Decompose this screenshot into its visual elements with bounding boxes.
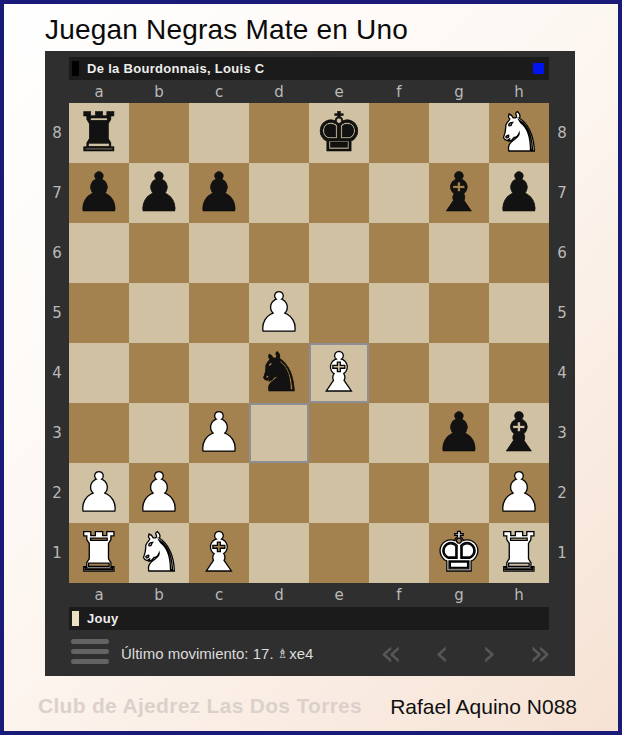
file-label-g: g [429,583,489,607]
rank-label-1: 1 [549,523,575,583]
square-c1[interactable]: ♝ [189,523,249,583]
square-g7[interactable]: ♝ [429,163,489,223]
square-g6[interactable] [429,223,489,283]
piece-black-knight-d4[interactable]: ♞ [255,346,303,400]
square-d4[interactable]: ♞ [249,343,309,403]
square-h6[interactable] [489,223,549,283]
rank-label-5: 5 [45,283,69,343]
square-a5[interactable] [69,283,129,343]
piece-black-pawn-a7[interactable]: ♟ [75,166,123,220]
piece-white-pawn-a2[interactable]: ♟ [75,466,123,520]
piece-black-pawn-g3[interactable]: ♟ [435,406,483,460]
author-credit: Rafael Aquino N088 [390,695,577,719]
square-e1[interactable] [309,523,369,583]
bishop-icon: ♗ [277,646,289,661]
piece-white-pawn-c3[interactable]: ♟ [195,406,243,460]
file-label-f: f [369,80,429,103]
piece-white-rook-a1[interactable]: ♜ [75,526,123,580]
square-g5[interactable] [429,283,489,343]
file-label-c: c [189,583,249,607]
piece-white-pawn-d5[interactable]: ♟ [255,286,303,340]
file-label-e: e [309,80,369,103]
square-h1[interactable]: ♜ [489,523,549,583]
square-a4[interactable] [69,343,129,403]
piece-white-pawn-b2[interactable]: ♟ [135,466,183,520]
piece-black-pawn-b7[interactable]: ♟ [135,166,183,220]
piece-white-knight-h8[interactable]: ♞ [495,106,543,160]
white-color-swatch [72,611,79,626]
square-g8[interactable] [429,103,489,163]
piece-white-rook-h1[interactable]: ♜ [495,526,543,580]
file-label-g: g [429,80,489,103]
move-navigation: «‹›» [378,630,553,676]
square-b2[interactable]: ♟ [129,463,189,523]
square-b7[interactable]: ♟ [129,163,189,223]
file-label-d: d [249,583,309,607]
rank-label-1: 1 [45,523,69,583]
rank-label-8: 8 [549,103,575,163]
square-f3[interactable] [369,403,429,463]
square-c6[interactable] [189,223,249,283]
piece-black-bishop-h3[interactable]: ♝ [495,406,543,460]
file-labels-top: abcdefgh [69,80,549,103]
club-watermark: Club de Ajedrez Las Dos Torres [38,694,362,718]
rank-label-6: 6 [45,223,69,283]
square-b6[interactable] [129,223,189,283]
square-a8[interactable]: ♜ [69,103,129,163]
nav-first-button[interactable]: « [378,635,404,671]
page-title: Juegan Negras Mate en Uno [45,14,408,46]
piece-black-pawn-h7[interactable]: ♟ [495,166,543,220]
square-e2[interactable] [309,463,369,523]
square-d7[interactable] [249,163,309,223]
black-player-bar: De la Bourdonnais, Louis C [69,57,549,80]
menu-icon[interactable] [71,639,109,669]
square-a1[interactable]: ♜ [69,523,129,583]
square-d6[interactable] [249,223,309,283]
file-label-h: h [489,80,549,103]
square-f6[interactable] [369,223,429,283]
square-b1[interactable]: ♞ [129,523,189,583]
turn-indicator [533,63,544,74]
square-f2[interactable] [369,463,429,523]
rank-label-3: 3 [549,403,575,463]
piece-white-knight-b1[interactable]: ♞ [135,526,183,580]
square-g1[interactable]: ♚ [429,523,489,583]
piece-black-rook-a8[interactable]: ♜ [75,106,123,160]
last-move-prefix: Último movimiento: 17. [121,645,274,662]
square-h5[interactable] [489,283,549,343]
square-a3[interactable] [69,403,129,463]
square-a2[interactable]: ♟ [69,463,129,523]
controls-bar: Último movimiento: 17. ♗ xe4 «‹›» [45,630,575,676]
file-labels-bottom: abcdefgh [69,583,549,607]
puzzle-page: Juegan Negras Mate en Uno De la Bourdonn… [0,0,622,735]
square-a6[interactable] [69,223,129,283]
black-player-name: De la Bourdonnais, Louis C [87,61,265,76]
piece-black-king-e8[interactable]: ♚ [315,106,363,160]
square-b4[interactable] [129,343,189,403]
rank-labels-right: 87654321 [549,103,575,583]
rank-label-8: 8 [45,103,69,163]
file-label-a: a [69,583,129,607]
square-e5[interactable] [309,283,369,343]
square-c5[interactable] [189,283,249,343]
square-d1[interactable] [249,523,309,583]
rank-label-6: 6 [549,223,575,283]
square-g3[interactable]: ♟ [429,403,489,463]
square-e8[interactable]: ♚ [309,103,369,163]
black-color-swatch [72,61,79,76]
piece-black-pawn-c7[interactable]: ♟ [195,166,243,220]
square-b5[interactable] [129,283,189,343]
square-f5[interactable] [369,283,429,343]
square-c4[interactable] [189,343,249,403]
rank-label-7: 7 [45,163,69,223]
file-label-e: e [309,583,369,607]
square-d5[interactable]: ♟ [249,283,309,343]
square-g4[interactable] [429,343,489,403]
piece-white-bishop-c1[interactable]: ♝ [195,526,243,580]
nav-next-button[interactable]: › [480,635,498,671]
square-e3[interactable] [309,403,369,463]
square-a7[interactable]: ♟ [69,163,129,223]
square-d2[interactable] [249,463,309,523]
white-player-bar: Jouy [69,607,549,630]
file-label-d: d [249,80,309,103]
piece-white-pawn-h2[interactable]: ♟ [495,466,543,520]
square-h7[interactable]: ♟ [489,163,549,223]
white-player-name: Jouy [87,611,119,626]
rank-label-4: 4 [549,343,575,403]
file-label-a: a [69,80,129,103]
square-e7[interactable] [309,163,369,223]
square-f8[interactable] [369,103,429,163]
rank-label-3: 3 [45,403,69,463]
piece-white-king-g1[interactable]: ♚ [435,526,483,580]
piece-black-bishop-g7[interactable]: ♝ [435,166,483,220]
last-move-text: Último movimiento: 17. ♗ xe4 [121,630,313,676]
square-f7[interactable] [369,163,429,223]
square-g2[interactable] [429,463,489,523]
file-label-b: b [129,80,189,103]
square-b8[interactable] [129,103,189,163]
rank-label-4: 4 [45,343,69,403]
square-h4[interactable] [489,343,549,403]
square-h8[interactable]: ♞ [489,103,549,163]
rank-label-2: 2 [549,463,575,523]
rank-label-2: 2 [45,463,69,523]
rank-label-5: 5 [549,283,575,343]
square-d3[interactable] [249,403,309,463]
square-b3[interactable] [129,403,189,463]
square-h2[interactable]: ♟ [489,463,549,523]
square-f1[interactable] [369,523,429,583]
file-label-c: c [189,80,249,103]
file-label-f: f [369,583,429,607]
file-label-b: b [129,583,189,607]
rank-labels-left: 87654321 [45,103,69,583]
last-move-suffix: xe4 [289,645,313,662]
square-e4[interactable]: ♝ [309,343,369,403]
file-label-h: h [489,583,549,607]
square-c2[interactable] [189,463,249,523]
square-h3[interactable]: ♝ [489,403,549,463]
piece-white-bishop-e4[interactable]: ♝ [315,346,363,400]
square-c7[interactable]: ♟ [189,163,249,223]
square-c3[interactable]: ♟ [189,403,249,463]
square-c8[interactable] [189,103,249,163]
rank-label-7: 7 [549,163,575,223]
square-f4[interactable] [369,343,429,403]
nav-last-button[interactable]: » [527,635,553,671]
square-d8[interactable] [249,103,309,163]
nav-prev-button[interactable]: ‹ [433,635,451,671]
square-e6[interactable] [309,223,369,283]
chess-board: ♜♚♞♟♟♟♝♟♟♞♝♟♟♝♟♟♟♜♞♝♚♜ [69,103,549,583]
chessboard-panel: De la Bourdonnais, Louis C abcdefgh 8765… [45,51,575,676]
